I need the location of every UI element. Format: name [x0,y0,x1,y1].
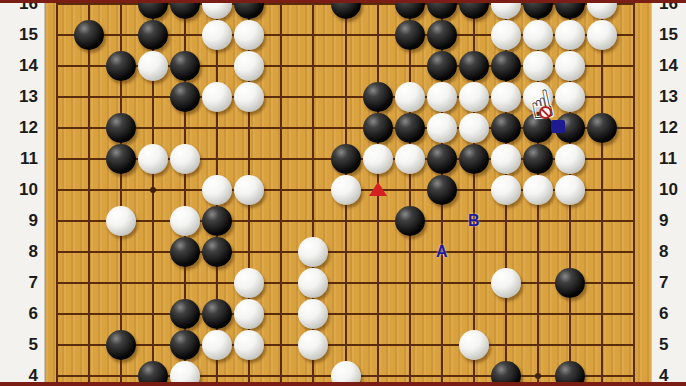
row-label-left-15: 15 [19,25,38,45]
white-stone-c17-r10[interactable] [555,175,585,205]
black-stone-c13-r15[interactable] [427,20,457,50]
triangle-marker [369,182,387,196]
black-stone-c6-r8[interactable] [202,237,232,267]
grid-line-col-19 [633,0,635,382]
black-stone-c6-r9[interactable] [202,206,232,236]
black-stone-c17-r7[interactable] [555,268,585,298]
white-stone-c17-r15[interactable] [555,20,585,50]
grid-line-row-6 [56,313,635,315]
white-stone-c12-r13[interactable] [395,82,425,112]
black-stone-c16-r11[interactable] [523,144,553,174]
black-stone-c10-r11[interactable] [331,144,361,174]
row-label-right-9: 9 [659,211,668,231]
row-label-left-13: 13 [19,87,38,107]
white-stone-c14-r12[interactable] [459,113,489,143]
white-stone-c16-r15[interactable] [523,20,553,50]
white-stone-c15-r11[interactable] [491,144,521,174]
black-stone-c14-r11[interactable] [459,144,489,174]
black-stone-c3-r14[interactable] [106,51,136,81]
black-stone-c4-r15[interactable] [138,20,168,50]
white-stone-c14-r13[interactable] [459,82,489,112]
white-stone-c7-r14[interactable] [234,51,264,81]
black-stone-c5-r6[interactable] [170,299,200,329]
row-label-right-11: 11 [659,149,677,169]
bottom-edge-bar [0,382,686,386]
black-stone-c5-r13[interactable] [170,82,200,112]
row-label-left-11: 11 [20,149,38,169]
row-label-right-15: 15 [659,25,678,45]
white-stone-c9-r7[interactable] [298,268,328,298]
black-stone-c2-r15[interactable] [74,20,104,50]
white-stone-c7-r6[interactable] [234,299,264,329]
black-stone-c13-r14[interactable] [427,51,457,81]
letter-marker-b: B [468,213,480,229]
grid-line-row-5 [56,344,635,346]
black-stone-c5-r14[interactable] [170,51,200,81]
white-stone-c14-r5[interactable] [459,330,489,360]
white-stone-c17-r11[interactable] [555,144,585,174]
white-stone-c18-r15[interactable] [587,20,617,50]
black-stone-c3-r5[interactable] [106,330,136,360]
row-label-left-5: 5 [29,335,38,355]
white-stone-c11-r11[interactable] [363,144,393,174]
grid-line-row-9 [56,220,635,222]
row-label-strip-left: 16151413121110987654 [0,0,45,386]
hand-cursor-icon: ☝ [526,82,557,128]
letter-marker-a: A [436,244,448,260]
grid-line-col-2 [88,0,90,382]
white-stone-c10-r10[interactable] [331,175,361,205]
top-edge-bar [0,0,686,3]
row-label-left-6: 6 [29,304,38,324]
star-point [535,373,541,379]
white-stone-c5-r11[interactable] [170,144,200,174]
row-label-right-7: 7 [659,273,668,293]
white-stone-c9-r5[interactable] [298,330,328,360]
white-stone-c3-r9[interactable] [106,206,136,236]
white-stone-c15-r13[interactable] [491,82,521,112]
white-stone-c17-r14[interactable] [555,51,585,81]
black-stone-c18-r12[interactable] [587,113,617,143]
white-stone-c6-r5[interactable] [202,330,232,360]
row-label-right-14: 14 [659,56,678,76]
white-stone-c9-r8[interactable] [298,237,328,267]
black-stone-c12-r12[interactable] [395,113,425,143]
white-stone-c6-r10[interactable] [202,175,232,205]
black-stone-c15-r12[interactable] [491,113,521,143]
black-stone-c15-r14[interactable] [491,51,521,81]
white-stone-c7-r7[interactable] [234,268,264,298]
row-label-strip-right: 16151413121110987654 [651,0,686,386]
white-stone-c6-r15[interactable] [202,20,232,50]
white-stone-c16-r10[interactable] [523,175,553,205]
row-label-left-12: 12 [19,118,38,138]
white-stone-c6-r13[interactable] [202,82,232,112]
black-stone-c5-r5[interactable] [170,330,200,360]
white-stone-c13-r12[interactable] [427,113,457,143]
row-label-right-13: 13 [659,87,678,107]
grid-line-col-8 [280,0,282,382]
white-stone-c7-r10[interactable] [234,175,264,205]
white-stone-c15-r7[interactable] [491,268,521,298]
grid-line-col-1 [56,0,58,382]
black-stone-c13-r11[interactable] [427,144,457,174]
row-label-left-9: 9 [29,211,38,231]
white-stone-c15-r15[interactable] [491,20,521,50]
white-stone-c4-r14[interactable] [138,51,168,81]
black-stone-c3-r11[interactable] [106,144,136,174]
black-stone-c11-r13[interactable] [363,82,393,112]
row-label-right-12: 12 [659,118,678,138]
white-stone-c7-r15[interactable] [234,20,264,50]
grid-line-col-12 [409,0,411,382]
row-label-left-10: 10 [19,180,38,200]
grid-line-row-7 [56,282,635,284]
white-stone-c7-r5[interactable] [234,330,264,360]
row-label-left-7: 7 [29,273,38,293]
white-stone-c13-r13[interactable] [427,82,457,112]
white-stone-c5-r9[interactable] [170,206,200,236]
white-stone-c9-r6[interactable] [298,299,328,329]
white-stone-c4-r11[interactable] [138,144,168,174]
row-label-left-8: 8 [29,242,38,262]
black-stone-c12-r15[interactable] [395,20,425,50]
white-stone-c16-r14[interactable] [523,51,553,81]
black-stone-c13-r10[interactable] [427,175,457,205]
black-stone-c6-r6[interactable] [202,299,232,329]
row-label-right-6: 6 [659,304,668,324]
black-stone-c12-r9[interactable] [395,206,425,236]
star-point [150,187,156,193]
white-stone-c12-r11[interactable] [395,144,425,174]
hand-cursor: ☝ [530,84,570,130]
row-label-right-5: 5 [659,335,668,355]
go-board[interactable]: AB [44,0,652,386]
black-stone-c3-r12[interactable] [106,113,136,143]
grid-line-col-18 [601,0,603,382]
white-stone-c7-r13[interactable] [234,82,264,112]
black-stone-c5-r8[interactable] [170,237,200,267]
black-stone-c14-r14[interactable] [459,51,489,81]
row-label-left-14: 14 [19,56,38,76]
row-label-right-10: 10 [659,180,678,200]
black-stone-c11-r12[interactable] [363,113,393,143]
row-label-right-8: 8 [659,242,668,262]
go-client-screenshot: 16151413121110987654 1615141312111098765… [0,0,686,386]
white-stone-c15-r10[interactable] [491,175,521,205]
no-stone-badge-icon [539,106,552,119]
grid-line-row-8 [56,251,635,253]
